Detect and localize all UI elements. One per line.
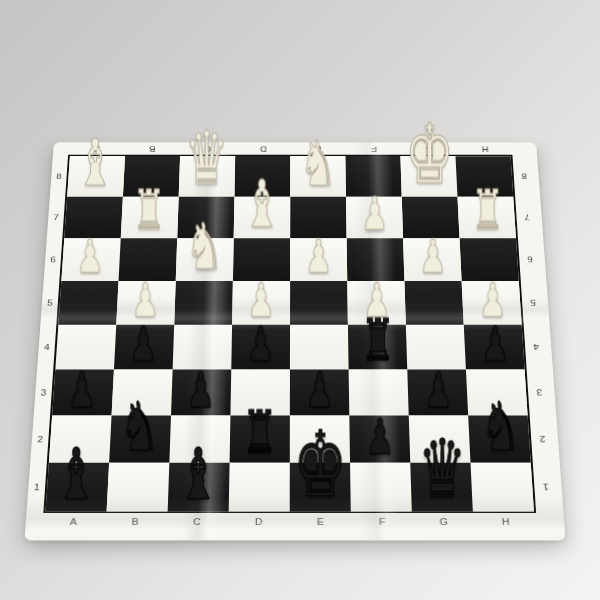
piece-black-pawn-h4: ♟ — [481, 320, 509, 368]
square-e3: ♟ — [290, 370, 349, 416]
rank-label-right-1: 1 — [534, 463, 558, 512]
rank-label-right-3: 3 — [528, 370, 552, 416]
chess-board: ♝♛♞♚♜♝♟♜♟♞♟♟♟♟♟♟♟♟♜♟♟♟♟♟♞♜♟♞♝♝♚♛ — [43, 155, 536, 513]
file-label-bottom-h: H — [475, 516, 538, 530]
piece-black-pawn-f2: ♟ — [366, 412, 395, 461]
file-label-bottom-f: F — [351, 516, 413, 530]
piece-white-rook-h7: ♜ — [471, 182, 504, 237]
file-label-bottom-c: C — [166, 516, 228, 530]
file-label-bottom-g: G — [413, 516, 475, 530]
square-g8: ♚ — [400, 156, 457, 197]
square-g1: ♛ — [410, 463, 473, 512]
rank-label-right-2: 2 — [531, 416, 555, 463]
piece-white-bishop-d7: ♝ — [243, 171, 282, 236]
square-e6: ♟ — [290, 238, 347, 281]
square-h2: ♞ — [468, 416, 531, 463]
square-b2: ♞ — [109, 416, 171, 463]
piece-black-king-e1: ♚ — [293, 419, 347, 510]
square-h7: ♜ — [457, 197, 515, 239]
piece-white-pawn-f7: ♟ — [361, 191, 388, 237]
square-a3: ♟ — [52, 370, 114, 416]
square-g3: ♟ — [407, 370, 468, 416]
square-e1: ♚ — [290, 463, 351, 512]
photo-scene: ABCDEFGH 87654321 87654321 ABCDEFGH ♝♛♞♚… — [0, 0, 600, 600]
piece-black-pawn-b4: ♟ — [129, 320, 157, 368]
square-d4: ♟ — [231, 325, 290, 370]
square-c1: ♝ — [168, 463, 230, 512]
square-c6: ♞ — [176, 238, 234, 281]
square-f7: ♟ — [346, 197, 403, 239]
piece-black-pawn-c3: ♟ — [186, 366, 215, 414]
piece-white-king-g8: ♚ — [405, 112, 454, 195]
square-c8: ♛ — [179, 156, 236, 197]
piece-black-bishop-c1: ♝ — [177, 439, 219, 510]
square-d2: ♜ — [230, 416, 290, 463]
square-g5 — [404, 281, 463, 325]
file-label-bottom-e: E — [290, 516, 352, 530]
piece-white-knight-e8: ♞ — [300, 133, 337, 195]
square-d7: ♝ — [234, 197, 291, 239]
rank-label-right-6: 6 — [519, 238, 542, 281]
piece-black-pawn-e3: ♟ — [305, 366, 334, 414]
rank-label-right-7: 7 — [516, 197, 538, 239]
chess-mat: ABCDEFGH 87654321 87654321 ABCDEFGH ♝♛♞♚… — [24, 142, 565, 540]
square-e5 — [290, 281, 348, 325]
rank-label-right-4: 4 — [525, 325, 548, 370]
piece-black-bishop-a1: ♝ — [55, 439, 97, 510]
piece-black-queen-g1: ♛ — [418, 429, 466, 510]
square-b1 — [107, 463, 170, 512]
file-label-top-h: H — [456, 144, 512, 154]
file-label-top-d: D — [235, 144, 291, 154]
square-e8: ♞ — [290, 156, 346, 197]
file-label-top-b: B — [124, 144, 180, 154]
file-labels-bottom: ABCDEFGH — [42, 516, 537, 530]
piece-white-pawn-e6: ♟ — [305, 233, 333, 280]
piece-white-pawn-a6: ♟ — [76, 233, 104, 280]
piece-black-rook-f4: ♜ — [361, 311, 395, 368]
piece-white-queen-c8: ♛ — [185, 122, 229, 196]
square-a1: ♝ — [46, 463, 110, 512]
rank-label-right-8: 8 — [513, 156, 535, 197]
square-d1 — [229, 463, 290, 512]
square-c5 — [174, 281, 233, 325]
piece-white-pawn-g6: ♟ — [419, 233, 447, 280]
piece-black-pawn-a3: ♟ — [68, 366, 97, 414]
square-b7: ♜ — [121, 197, 179, 239]
square-f1 — [350, 463, 412, 512]
file-label-bottom-a: A — [42, 516, 105, 530]
file-label-top-f: F — [346, 144, 402, 154]
square-b4: ♟ — [114, 325, 174, 370]
square-g6: ♟ — [403, 238, 462, 281]
piece-white-bishop-a8: ♝ — [76, 131, 114, 196]
file-label-bottom-d: D — [228, 516, 290, 530]
piece-black-pawn-d4: ♟ — [246, 320, 274, 368]
square-f4: ♜ — [348, 325, 407, 370]
square-a5 — [58, 281, 118, 325]
piece-white-knight-c6: ♞ — [185, 215, 223, 279]
square-a6: ♟ — [61, 238, 120, 281]
piece-black-knight-h2: ♞ — [481, 394, 521, 461]
square-a8: ♝ — [67, 156, 125, 197]
piece-black-knight-b2: ♞ — [119, 394, 159, 461]
piece-black-pawn-g3: ♟ — [424, 366, 453, 414]
square-c3: ♟ — [171, 370, 231, 416]
piece-black-rook-d2: ♜ — [242, 402, 277, 461]
piece-white-rook-b7: ♜ — [133, 182, 166, 237]
square-f2: ♟ — [349, 416, 410, 463]
rank-label-right-5: 5 — [522, 281, 545, 325]
square-h1 — [470, 463, 533, 512]
square-h4: ♟ — [464, 325, 525, 370]
file-label-bottom-b: B — [104, 516, 166, 530]
